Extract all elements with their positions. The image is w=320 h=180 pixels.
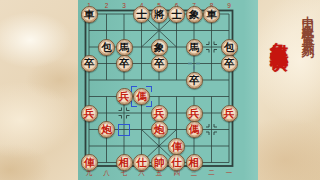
title-panel: 中国象棋宝典系列 象棋速胜秘诀 <box>258 0 320 180</box>
piece-包-black-f2r3[interactable]: 包 <box>98 39 115 56</box>
piece-兵-red-f9r7[interactable]: 兵 <box>221 105 238 122</box>
piece-兵-red-f7r7[interactable]: 兵 <box>186 105 203 122</box>
piece-炮-red-f2r8[interactable]: 炮 <box>98 121 115 138</box>
piece-卒-black-f1r4[interactable]: 卒 <box>81 55 98 72</box>
piece-象-black-f7r1[interactable]: 象 <box>186 6 203 23</box>
series-title-vertical: 中国象棋宝典系列 <box>299 6 316 40</box>
piece-兵-red-f5r7[interactable]: 兵 <box>151 105 168 122</box>
piece-馬-black-f3r3[interactable]: 馬 <box>116 39 133 56</box>
piece-將-black-f5r1[interactable]: 將 <box>151 6 168 23</box>
piece-兵-red-f1r7[interactable]: 兵 <box>81 105 98 122</box>
piece-帥-red-f5r10[interactable]: 帥 <box>151 154 168 171</box>
piece-卒-black-f3r4[interactable]: 卒 <box>116 55 133 72</box>
piece-卒-black-f5r4[interactable]: 卒 <box>151 55 168 72</box>
piece-傌-red-f7r8[interactable]: 傌 <box>186 121 203 138</box>
file-label-bottom-2: 八 <box>102 169 112 176</box>
piece-車-black-f1r1[interactable]: 車 <box>81 6 98 23</box>
piece-相-red-f7r10[interactable]: 相 <box>186 154 203 171</box>
piece-卒-black-f9r4[interactable]: 卒 <box>221 55 238 72</box>
video-thumbnail: 123456789 九八七六五四三二一 車士將士象車包馬象馬包卒卒卒卒卒兵傌兵兵… <box>0 0 320 180</box>
file-label-top-3: 3 <box>119 2 129 9</box>
piece-仕-red-f4r10[interactable]: 仕 <box>133 154 150 171</box>
piece-卒-black-f7r5[interactable]: 卒 <box>186 72 203 89</box>
piece-士-black-f6r1[interactable]: 士 <box>168 6 185 23</box>
piece-象-black-f5r3[interactable]: 象 <box>151 39 168 56</box>
file-label-top-9: 9 <box>224 2 234 9</box>
file-label-bottom-9: 一 <box>224 169 234 176</box>
main-title-vertical: 象棋速胜秘诀 <box>267 27 291 42</box>
board-grid <box>78 0 258 180</box>
file-label-top-2: 2 <box>102 2 112 9</box>
last-move-from-marker <box>118 124 130 136</box>
piece-車-black-f8r1[interactable]: 車 <box>203 6 220 23</box>
file-label-bottom-8: 二 <box>207 169 217 176</box>
piece-馬-black-f7r3[interactable]: 馬 <box>186 39 203 56</box>
xiangqi-board: 123456789 九八七六五四三二一 車士將士象車包馬象馬包卒卒卒卒卒兵傌兵兵… <box>78 0 258 180</box>
piece-俥-red-f6r9[interactable]: 俥 <box>168 138 185 155</box>
piece-傌-red-f4r6[interactable]: 傌 <box>133 88 150 105</box>
piece-兵-red-f3r6[interactable]: 兵 <box>116 88 133 105</box>
piece-炮-red-f5r8[interactable]: 炮 <box>151 121 168 138</box>
piece-包-black-f9r3[interactable]: 包 <box>221 39 238 56</box>
piece-俥-red-f1r10[interactable]: 俥 <box>81 154 98 171</box>
piece-相-red-f3r10[interactable]: 相 <box>116 154 133 171</box>
piece-仕-red-f6r10[interactable]: 仕 <box>168 154 185 171</box>
piece-士-black-f4r1[interactable]: 士 <box>133 6 150 23</box>
